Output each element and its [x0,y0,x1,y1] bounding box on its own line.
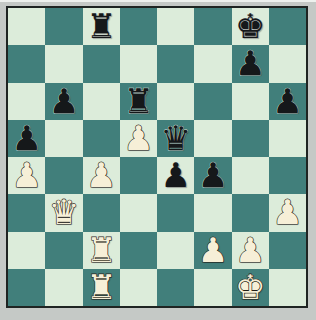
square-a2[interactable] [8,232,45,269]
black-pawn[interactable]: ♟ [11,120,41,157]
chess-board-frame: ♜♚♟♟♜♟♟♟♛♟♟♟♟♛♟♜♟♟♜♚ [6,6,308,308]
white-king[interactable]: ♚ [235,269,265,306]
square-g8[interactable]: ♚ [232,8,269,45]
square-h5[interactable] [269,120,306,157]
square-e7[interactable] [157,45,194,82]
square-a8[interactable] [8,8,45,45]
square-a4[interactable]: ♟ [8,157,45,194]
white-pawn[interactable]: ♟ [123,120,153,157]
square-a5[interactable]: ♟ [8,120,45,157]
square-c1[interactable]: ♜ [83,269,120,306]
square-a1[interactable] [8,269,45,306]
square-b4[interactable] [45,157,82,194]
square-b6[interactable]: ♟ [45,83,82,120]
square-h1[interactable] [269,269,306,306]
square-f4[interactable]: ♟ [194,157,231,194]
black-pawn[interactable]: ♟ [198,157,228,194]
square-e5[interactable]: ♛ [157,120,194,157]
square-g7[interactable]: ♟ [232,45,269,82]
square-g6[interactable] [232,83,269,120]
square-b2[interactable] [45,232,82,269]
square-f1[interactable] [194,269,231,306]
square-d1[interactable] [120,269,157,306]
square-e6[interactable] [157,83,194,120]
square-d5[interactable]: ♟ [120,120,157,157]
square-c8[interactable]: ♜ [83,8,120,45]
square-d4[interactable] [120,157,157,194]
square-g1[interactable]: ♚ [232,269,269,306]
square-c5[interactable] [83,120,120,157]
white-pawn[interactable]: ♟ [86,157,116,194]
square-h2[interactable] [269,232,306,269]
white-queen[interactable]: ♛ [49,194,79,231]
square-d3[interactable] [120,194,157,231]
square-f6[interactable] [194,83,231,120]
square-b3[interactable]: ♛ [45,194,82,231]
square-a3[interactable] [8,194,45,231]
white-pawn[interactable]: ♟ [235,232,265,269]
square-h3[interactable]: ♟ [269,194,306,231]
square-h7[interactable] [269,45,306,82]
square-d6[interactable]: ♜ [120,83,157,120]
square-b8[interactable] [45,8,82,45]
square-e2[interactable] [157,232,194,269]
square-c4[interactable]: ♟ [83,157,120,194]
square-h8[interactable] [269,8,306,45]
square-h4[interactable] [269,157,306,194]
square-e1[interactable] [157,269,194,306]
white-rook[interactable]: ♜ [86,232,116,269]
black-rook[interactable]: ♜ [86,8,116,45]
white-rook[interactable]: ♜ [86,269,116,306]
square-f3[interactable] [194,194,231,231]
window-frame: ♜♚♟♟♜♟♟♟♛♟♟♟♟♛♟♜♟♟♜♚ [0,0,316,320]
square-b7[interactable] [45,45,82,82]
square-b1[interactable] [45,269,82,306]
square-c6[interactable] [83,83,120,120]
black-pawn[interactable]: ♟ [49,83,79,120]
white-pawn[interactable]: ♟ [11,157,41,194]
white-pawn[interactable]: ♟ [272,194,302,231]
square-f8[interactable] [194,8,231,45]
square-g4[interactable] [232,157,269,194]
square-c2[interactable]: ♜ [83,232,120,269]
square-d8[interactable] [120,8,157,45]
square-f7[interactable] [194,45,231,82]
square-c3[interactable] [83,194,120,231]
square-d7[interactable] [120,45,157,82]
square-a6[interactable] [8,83,45,120]
square-b5[interactable] [45,120,82,157]
square-f2[interactable]: ♟ [194,232,231,269]
square-e4[interactable]: ♟ [157,157,194,194]
square-a7[interactable] [8,45,45,82]
square-e3[interactable] [157,194,194,231]
black-pawn[interactable]: ♟ [272,83,302,120]
square-g3[interactable] [232,194,269,231]
square-d2[interactable] [120,232,157,269]
square-c7[interactable] [83,45,120,82]
black-queen[interactable]: ♛ [160,120,190,157]
square-g5[interactable] [232,120,269,157]
square-g2[interactable]: ♟ [232,232,269,269]
square-e8[interactable] [157,8,194,45]
black-pawn[interactable]: ♟ [235,45,265,82]
black-pawn[interactable]: ♟ [160,157,190,194]
black-king[interactable]: ♚ [235,8,265,45]
white-pawn[interactable]: ♟ [198,232,228,269]
chess-board[interactable]: ♜♚♟♟♜♟♟♟♛♟♟♟♟♛♟♜♟♟♜♚ [8,8,306,306]
square-h6[interactable]: ♟ [269,83,306,120]
black-rook[interactable]: ♜ [123,83,153,120]
square-f5[interactable] [194,120,231,157]
